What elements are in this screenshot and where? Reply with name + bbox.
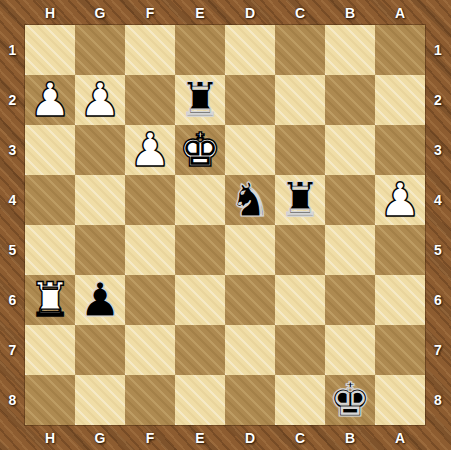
square-h3[interactable] (25, 125, 75, 175)
square-h4[interactable] (25, 175, 75, 225)
white-rook[interactable]: ♜ (29, 276, 71, 323)
square-c5[interactable] (275, 225, 325, 275)
chess-board: HGFEDCBA112♟♟♜23♟♚34♞♜♟4556♜♟6778♚8HGFED… (0, 0, 451, 450)
file-label-top-e: E (175, 0, 225, 25)
rank-label-right-3: 3 (425, 125, 451, 175)
black-rook[interactable]: ♜ (279, 176, 321, 223)
rank-label-right-2: 2 (425, 75, 451, 125)
rank-label-right-7: 7 (425, 325, 451, 375)
rank-label-right-1: 1 (425, 25, 451, 75)
square-e3[interactable]: ♚ (175, 125, 225, 175)
rank-label-right-6: 6 (425, 275, 451, 325)
file-label-bottom-e: E (175, 425, 225, 450)
square-b3[interactable] (325, 125, 375, 175)
square-g4[interactable] (75, 175, 125, 225)
black-king[interactable]: ♚ (329, 376, 371, 423)
square-d3[interactable] (225, 125, 275, 175)
square-g3[interactable] (75, 125, 125, 175)
file-label-top-h: H (25, 0, 75, 25)
square-d2[interactable] (225, 75, 275, 125)
square-g6[interactable]: ♟ (75, 275, 125, 325)
black-pawn[interactable]: ♟ (79, 276, 121, 323)
square-c6[interactable] (275, 275, 325, 325)
square-c1[interactable] (275, 25, 325, 75)
square-c4[interactable]: ♜ (275, 175, 325, 225)
rank-label-left-7: 7 (0, 325, 25, 375)
square-c8[interactable] (275, 375, 325, 425)
square-a1[interactable] (375, 25, 425, 75)
rank-label-right-8: 8 (425, 375, 451, 425)
square-a2[interactable] (375, 75, 425, 125)
square-a8[interactable] (375, 375, 425, 425)
rank-label-left-2: 2 (0, 75, 25, 125)
file-label-top-b: B (325, 0, 375, 25)
file-label-bottom-f: F (125, 425, 175, 450)
square-g2[interactable]: ♟ (75, 75, 125, 125)
file-label-bottom-g: G (75, 425, 125, 450)
square-e7[interactable] (175, 325, 225, 375)
square-b5[interactable] (325, 225, 375, 275)
square-f7[interactable] (125, 325, 175, 375)
white-pawn[interactable]: ♟ (29, 76, 71, 123)
border-corner-top-left (0, 0, 25, 25)
white-pawn[interactable]: ♟ (129, 126, 171, 173)
square-e4[interactable] (175, 175, 225, 225)
square-b7[interactable] (325, 325, 375, 375)
file-label-top-f: F (125, 0, 175, 25)
square-f2[interactable] (125, 75, 175, 125)
square-d8[interactable] (225, 375, 275, 425)
file-label-top-a: A (375, 0, 425, 25)
square-h7[interactable] (25, 325, 75, 375)
square-b4[interactable] (325, 175, 375, 225)
square-f3[interactable]: ♟ (125, 125, 175, 175)
black-rook[interactable]: ♜ (179, 76, 221, 123)
rank-label-right-4: 4 (425, 175, 451, 225)
white-king[interactable]: ♚ (179, 126, 221, 173)
white-pawn[interactable]: ♟ (79, 76, 121, 123)
square-c2[interactable] (275, 75, 325, 125)
file-label-bottom-a: A (375, 425, 425, 450)
square-d6[interactable] (225, 275, 275, 325)
square-f6[interactable] (125, 275, 175, 325)
square-h2[interactable]: ♟ (25, 75, 75, 125)
square-g5[interactable] (75, 225, 125, 275)
square-a4[interactable]: ♟ (375, 175, 425, 225)
square-b2[interactable] (325, 75, 375, 125)
square-e8[interactable] (175, 375, 225, 425)
rank-label-left-6: 6 (0, 275, 25, 325)
square-f4[interactable] (125, 175, 175, 225)
square-g8[interactable] (75, 375, 125, 425)
square-a6[interactable] (375, 275, 425, 325)
file-label-top-c: C (275, 0, 325, 25)
rank-label-left-5: 5 (0, 225, 25, 275)
file-label-bottom-b: B (325, 425, 375, 450)
square-c7[interactable] (275, 325, 325, 375)
square-c3[interactable] (275, 125, 325, 175)
file-label-bottom-c: C (275, 425, 325, 450)
square-a5[interactable] (375, 225, 425, 275)
rank-label-left-4: 4 (0, 175, 25, 225)
file-label-top-d: D (225, 0, 275, 25)
border-corner-bottom-right (425, 425, 451, 450)
square-f1[interactable] (125, 25, 175, 75)
square-h8[interactable] (25, 375, 75, 425)
white-pawn[interactable]: ♟ (379, 176, 421, 223)
square-f5[interactable] (125, 225, 175, 275)
file-label-bottom-d: D (225, 425, 275, 450)
square-f8[interactable] (125, 375, 175, 425)
black-knight[interactable]: ♞ (229, 176, 271, 223)
square-b8[interactable]: ♚ (325, 375, 375, 425)
square-g1[interactable] (75, 25, 125, 75)
square-h5[interactable] (25, 225, 75, 275)
square-a7[interactable] (375, 325, 425, 375)
file-label-top-g: G (75, 0, 125, 25)
square-g7[interactable] (75, 325, 125, 375)
square-e6[interactable] (175, 275, 225, 325)
square-e2[interactable]: ♜ (175, 75, 225, 125)
square-h6[interactable]: ♜ (25, 275, 75, 325)
square-d1[interactable] (225, 25, 275, 75)
square-e1[interactable] (175, 25, 225, 75)
file-label-bottom-h: H (25, 425, 75, 450)
rank-label-right-5: 5 (425, 225, 451, 275)
rank-label-left-3: 3 (0, 125, 25, 175)
border-corner-bottom-left (0, 425, 25, 450)
square-d7[interactable] (225, 325, 275, 375)
square-e5[interactable] (175, 225, 225, 275)
square-b1[interactable] (325, 25, 375, 75)
square-h1[interactable] (25, 25, 75, 75)
square-b6[interactable] (325, 275, 375, 325)
square-d5[interactable] (225, 225, 275, 275)
rank-label-left-1: 1 (0, 25, 25, 75)
border-corner-top-right (425, 0, 451, 25)
square-a3[interactable] (375, 125, 425, 175)
square-d4[interactable]: ♞ (225, 175, 275, 225)
rank-label-left-8: 8 (0, 375, 25, 425)
